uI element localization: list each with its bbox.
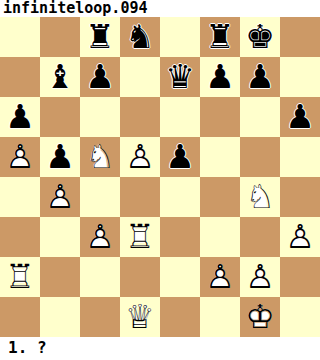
square-b5[interactable]: ♟ [40, 137, 80, 177]
piece-white-rook: ♜♖ [0, 257, 40, 297]
square-e3[interactable] [160, 217, 200, 257]
piece-black-knight: ♞ [120, 17, 160, 57]
square-a5[interactable]: ♟♙ [0, 137, 40, 177]
square-c4[interactable] [80, 177, 120, 217]
square-f3[interactable] [200, 217, 240, 257]
piece-white-pawn: ♟♙ [80, 217, 120, 257]
square-h8[interactable] [280, 17, 320, 57]
square-g8[interactable]: ♚ [240, 17, 280, 57]
piece-black-pawn: ♟ [160, 137, 200, 177]
piece-white-pawn: ♟♙ [0, 137, 40, 177]
board: ♜♞♜♚♝♟♛♟♟♟♟♟♙♟♞♘♟♙♟♟♙♞♘♟♙♜♖♟♙♜♖♟♙♟♙♛♕♚♔ [0, 17, 320, 337]
square-c6[interactable] [80, 97, 120, 137]
square-d5[interactable]: ♟♙ [120, 137, 160, 177]
square-c2[interactable] [80, 257, 120, 297]
square-a2[interactable]: ♜♖ [0, 257, 40, 297]
piece-white-rook: ♜♖ [120, 217, 160, 257]
square-a4[interactable] [0, 177, 40, 217]
square-g6[interactable] [240, 97, 280, 137]
square-g3[interactable] [240, 217, 280, 257]
square-d4[interactable] [120, 177, 160, 217]
square-c1[interactable] [80, 297, 120, 337]
piece-white-pawn: ♟♙ [240, 257, 280, 297]
piece-black-pawn: ♟ [200, 57, 240, 97]
square-e1[interactable] [160, 297, 200, 337]
square-f6[interactable] [200, 97, 240, 137]
piece-black-king: ♚ [240, 17, 280, 57]
puzzle-title: infiniteloop.094 [0, 0, 320, 17]
square-f5[interactable] [200, 137, 240, 177]
square-c7[interactable]: ♟ [80, 57, 120, 97]
square-h6[interactable]: ♟ [280, 97, 320, 137]
square-b2[interactable] [40, 257, 80, 297]
square-d8[interactable]: ♞ [120, 17, 160, 57]
square-f1[interactable] [200, 297, 240, 337]
piece-white-pawn: ♟♙ [40, 177, 80, 217]
square-f2[interactable]: ♟♙ [200, 257, 240, 297]
piece-white-pawn: ♟♙ [120, 137, 160, 177]
square-d3[interactable]: ♜♖ [120, 217, 160, 257]
square-e2[interactable] [160, 257, 200, 297]
piece-black-rook: ♜ [80, 17, 120, 57]
move-prompt: 1. ? [0, 337, 320, 360]
square-b6[interactable] [40, 97, 80, 137]
square-h1[interactable] [280, 297, 320, 337]
square-b7[interactable]: ♝ [40, 57, 80, 97]
square-a1[interactable] [0, 297, 40, 337]
square-h5[interactable] [280, 137, 320, 177]
square-d7[interactable] [120, 57, 160, 97]
square-g4[interactable]: ♞♘ [240, 177, 280, 217]
piece-black-pawn: ♟ [280, 97, 320, 137]
piece-black-pawn: ♟ [40, 137, 80, 177]
square-g5[interactable] [240, 137, 280, 177]
piece-white-knight: ♞♘ [80, 137, 120, 177]
square-h7[interactable] [280, 57, 320, 97]
square-d6[interactable] [120, 97, 160, 137]
piece-black-queen: ♛ [160, 57, 200, 97]
piece-white-knight: ♞♘ [240, 177, 280, 217]
square-d1[interactable]: ♛♕ [120, 297, 160, 337]
square-a8[interactable] [0, 17, 40, 57]
piece-black-bishop: ♝ [40, 57, 80, 97]
square-a6[interactable]: ♟ [0, 97, 40, 137]
square-b3[interactable] [40, 217, 80, 257]
square-g7[interactable]: ♟ [240, 57, 280, 97]
square-a3[interactable] [0, 217, 40, 257]
square-e6[interactable] [160, 97, 200, 137]
square-c3[interactable]: ♟♙ [80, 217, 120, 257]
square-g1[interactable]: ♚♔ [240, 297, 280, 337]
square-e7[interactable]: ♛ [160, 57, 200, 97]
square-f8[interactable]: ♜ [200, 17, 240, 57]
square-h2[interactable] [280, 257, 320, 297]
square-b8[interactable] [40, 17, 80, 57]
piece-black-pawn: ♟ [0, 97, 40, 137]
square-g2[interactable]: ♟♙ [240, 257, 280, 297]
square-c8[interactable]: ♜ [80, 17, 120, 57]
square-d2[interactable] [120, 257, 160, 297]
chess-puzzle-app: infiniteloop.094 ♜♞♜♚♝♟♛♟♟♟♟♟♙♟♞♘♟♙♟♟♙♞♘… [0, 0, 320, 360]
square-f7[interactable]: ♟ [200, 57, 240, 97]
square-e5[interactable]: ♟ [160, 137, 200, 177]
square-e4[interactable] [160, 177, 200, 217]
piece-white-pawn: ♟♙ [280, 217, 320, 257]
piece-white-pawn: ♟♙ [200, 257, 240, 297]
square-b4[interactable]: ♟♙ [40, 177, 80, 217]
square-c5[interactable]: ♞♘ [80, 137, 120, 177]
piece-white-king: ♚♔ [240, 297, 280, 337]
piece-black-pawn: ♟ [80, 57, 120, 97]
square-b1[interactable] [40, 297, 80, 337]
piece-black-pawn: ♟ [240, 57, 280, 97]
square-e8[interactable] [160, 17, 200, 57]
square-h4[interactable] [280, 177, 320, 217]
piece-white-queen: ♛♕ [120, 297, 160, 337]
square-a7[interactable] [0, 57, 40, 97]
square-f4[interactable] [200, 177, 240, 217]
square-h3[interactable]: ♟♙ [280, 217, 320, 257]
piece-black-rook: ♜ [200, 17, 240, 57]
